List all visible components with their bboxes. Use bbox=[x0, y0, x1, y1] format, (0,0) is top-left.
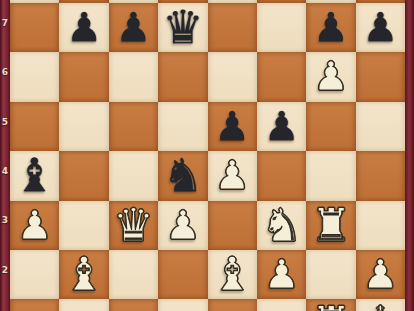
piece-black-knight[interactable]: ♞ bbox=[158, 151, 207, 200]
chess-diagram: ♟♟♛♟♟♟♟♟♝♞♟♟♛♟♞♜♝♝♟♟♜♚ 765432 bbox=[0, 0, 414, 311]
rank-label-7: 7 bbox=[0, 18, 10, 28]
square-g2[interactable] bbox=[306, 250, 355, 299]
square-g6[interactable]: ♟ bbox=[306, 52, 355, 101]
square-e5[interactable]: ♟ bbox=[208, 102, 257, 151]
piece-white-rook[interactable]: ♜ bbox=[306, 299, 355, 311]
square-e1[interactable] bbox=[208, 299, 257, 311]
square-f1[interactable] bbox=[257, 299, 306, 311]
square-d6[interactable] bbox=[158, 52, 207, 101]
rank-label-2: 2 bbox=[0, 265, 10, 275]
square-b7[interactable]: ♟ bbox=[59, 3, 108, 52]
square-e6[interactable] bbox=[208, 52, 257, 101]
square-a2[interactable] bbox=[10, 250, 59, 299]
piece-black-pawn[interactable]: ♟ bbox=[306, 3, 355, 52]
piece-white-pawn[interactable]: ♟ bbox=[158, 201, 207, 250]
square-b6[interactable] bbox=[59, 52, 108, 101]
square-d5[interactable] bbox=[158, 102, 207, 151]
square-f3[interactable]: ♞ bbox=[257, 201, 306, 250]
square-c2[interactable] bbox=[109, 250, 158, 299]
rank-label-5: 5 bbox=[0, 117, 10, 127]
square-a7[interactable] bbox=[10, 3, 59, 52]
square-c5[interactable] bbox=[109, 102, 158, 151]
square-f6[interactable] bbox=[257, 52, 306, 101]
square-d2[interactable] bbox=[158, 250, 207, 299]
square-h3[interactable] bbox=[356, 201, 405, 250]
board-frame-right bbox=[405, 0, 414, 311]
piece-black-queen[interactable]: ♛ bbox=[158, 3, 207, 52]
square-b2[interactable]: ♝ bbox=[59, 250, 108, 299]
square-e3[interactable] bbox=[208, 201, 257, 250]
piece-white-pawn[interactable]: ♟ bbox=[356, 250, 405, 299]
piece-white-pawn[interactable]: ♟ bbox=[208, 151, 257, 200]
square-f7[interactable] bbox=[257, 3, 306, 52]
square-h7[interactable]: ♟ bbox=[356, 3, 405, 52]
square-b3[interactable] bbox=[59, 201, 108, 250]
square-b4[interactable] bbox=[59, 151, 108, 200]
square-e4[interactable]: ♟ bbox=[208, 151, 257, 200]
square-e7[interactable] bbox=[208, 3, 257, 52]
square-c7[interactable]: ♟ bbox=[109, 3, 158, 52]
square-d3[interactable]: ♟ bbox=[158, 201, 207, 250]
square-a1[interactable] bbox=[10, 299, 59, 311]
square-g7[interactable]: ♟ bbox=[306, 3, 355, 52]
square-d7[interactable]: ♛ bbox=[158, 3, 207, 52]
square-c1[interactable] bbox=[109, 299, 158, 311]
piece-white-bishop[interactable]: ♝ bbox=[59, 250, 108, 299]
piece-black-pawn[interactable]: ♟ bbox=[356, 3, 405, 52]
piece-white-knight[interactable]: ♞ bbox=[257, 201, 306, 250]
square-g3[interactable]: ♜ bbox=[306, 201, 355, 250]
square-f4[interactable] bbox=[257, 151, 306, 200]
piece-white-pawn[interactable]: ♟ bbox=[10, 201, 59, 250]
square-h4[interactable] bbox=[356, 151, 405, 200]
square-c6[interactable] bbox=[109, 52, 158, 101]
square-c4[interactable] bbox=[109, 151, 158, 200]
piece-white-rook[interactable]: ♜ bbox=[306, 201, 355, 250]
square-a6[interactable] bbox=[10, 52, 59, 101]
piece-white-bishop[interactable]: ♝ bbox=[208, 250, 257, 299]
piece-white-pawn[interactable]: ♟ bbox=[257, 250, 306, 299]
square-f5[interactable]: ♟ bbox=[257, 102, 306, 151]
square-e2[interactable]: ♝ bbox=[208, 250, 257, 299]
square-d1[interactable] bbox=[158, 299, 207, 311]
square-a3[interactable]: ♟ bbox=[10, 201, 59, 250]
piece-white-pawn[interactable]: ♟ bbox=[306, 52, 355, 101]
piece-black-bishop[interactable]: ♝ bbox=[10, 151, 59, 200]
square-c3[interactable]: ♛ bbox=[109, 201, 158, 250]
rank-label-6: 6 bbox=[0, 67, 10, 77]
square-f2[interactable]: ♟ bbox=[257, 250, 306, 299]
square-h2[interactable]: ♟ bbox=[356, 250, 405, 299]
rank-label-3: 3 bbox=[0, 215, 10, 225]
square-h1[interactable]: ♚ bbox=[356, 299, 405, 311]
piece-white-king[interactable]: ♚ bbox=[356, 299, 405, 311]
square-g1[interactable]: ♜ bbox=[306, 299, 355, 311]
square-b5[interactable] bbox=[59, 102, 108, 151]
board-grid: ♟♟♛♟♟♟♟♟♝♞♟♟♛♟♞♜♝♝♟♟♜♚ bbox=[10, 0, 405, 311]
piece-black-pawn[interactable]: ♟ bbox=[109, 3, 158, 52]
square-g5[interactable] bbox=[306, 102, 355, 151]
square-g4[interactable] bbox=[306, 151, 355, 200]
piece-white-queen[interactable]: ♛ bbox=[109, 201, 158, 250]
piece-black-pawn[interactable]: ♟ bbox=[208, 102, 257, 151]
square-b1[interactable] bbox=[59, 299, 108, 311]
board-viewport: ♟♟♛♟♟♟♟♟♝♞♟♟♛♟♞♜♝♝♟♟♜♚ bbox=[10, 0, 405, 311]
square-h6[interactable] bbox=[356, 52, 405, 101]
square-a4[interactable]: ♝ bbox=[10, 151, 59, 200]
square-d4[interactable]: ♞ bbox=[158, 151, 207, 200]
piece-black-pawn[interactable]: ♟ bbox=[59, 3, 108, 52]
square-h5[interactable] bbox=[356, 102, 405, 151]
rank-label-4: 4 bbox=[0, 166, 10, 176]
piece-black-pawn[interactable]: ♟ bbox=[257, 102, 306, 151]
square-a5[interactable] bbox=[10, 102, 59, 151]
